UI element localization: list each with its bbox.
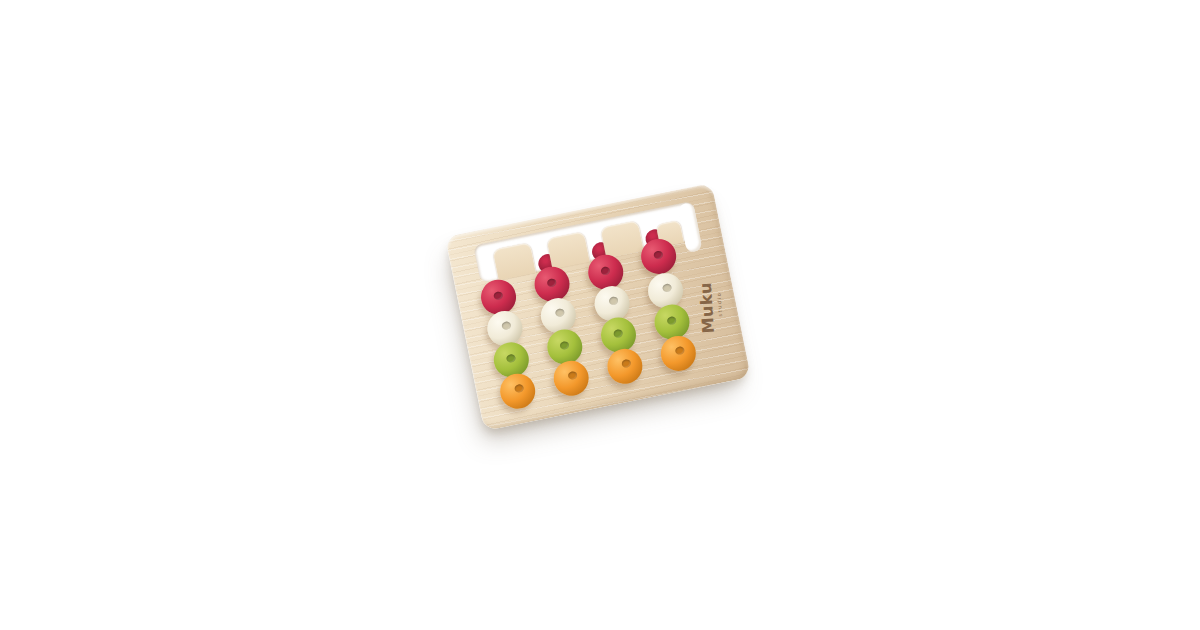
ball-orange[interactable]: [657, 332, 698, 373]
puzzle-board: Muku studio: [445, 183, 751, 431]
product-photo-background: Muku studio: [0, 0, 1200, 630]
brand-subtitle: studio: [715, 291, 723, 316]
